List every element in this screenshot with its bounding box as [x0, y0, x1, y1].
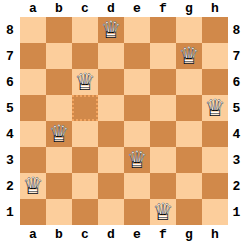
- square-c7[interactable]: [72, 43, 98, 69]
- square-h5[interactable]: ♛♕: [202, 95, 228, 121]
- square-f4[interactable]: [150, 121, 176, 147]
- file-label-e-top: e: [124, 0, 150, 17]
- square-h3[interactable]: [202, 147, 228, 173]
- square-e6[interactable]: [124, 69, 150, 95]
- square-c6[interactable]: ♛♕: [72, 69, 98, 95]
- square-a5[interactable]: [20, 95, 46, 121]
- square-h6[interactable]: [202, 69, 228, 95]
- square-g2[interactable]: [176, 173, 202, 199]
- square-f6[interactable]: [150, 69, 176, 95]
- square-g3[interactable]: [176, 147, 202, 173]
- square-a1[interactable]: [20, 199, 46, 225]
- square-b5[interactable]: [46, 95, 72, 121]
- rank-label-7-right: 7: [228, 43, 245, 69]
- square-d1[interactable]: [98, 199, 124, 225]
- file-label-d-bottom: d: [98, 225, 124, 243]
- corner-top-right: [228, 0, 245, 17]
- square-f3[interactable]: [150, 147, 176, 173]
- square-e8[interactable]: [124, 17, 150, 43]
- square-c2[interactable]: [72, 173, 98, 199]
- file-label-h-bottom: h: [202, 225, 228, 243]
- square-h2[interactable]: [202, 173, 228, 199]
- rank-label-1-right: 1: [228, 199, 245, 225]
- square-b6[interactable]: [46, 69, 72, 95]
- square-a2[interactable]: ♛♕: [20, 173, 46, 199]
- white-queen-outline-glyph: ♕: [20, 173, 46, 199]
- square-a7[interactable]: [20, 43, 46, 69]
- rank-label-8-left: 8: [0, 17, 20, 43]
- rank-label-3-right: 3: [228, 147, 245, 173]
- square-f2[interactable]: [150, 173, 176, 199]
- file-label-f-bottom: f: [150, 225, 176, 243]
- square-c1[interactable]: [72, 199, 98, 225]
- square-b1[interactable]: [46, 199, 72, 225]
- file-label-h-top: h: [202, 0, 228, 17]
- square-g7[interactable]: ♛♕: [176, 43, 202, 69]
- square-c3[interactable]: [72, 147, 98, 173]
- square-b2[interactable]: [46, 173, 72, 199]
- square-d3[interactable]: [98, 147, 124, 173]
- rank-label-6-right: 6: [228, 69, 245, 95]
- square-h4[interactable]: [202, 121, 228, 147]
- file-label-f-top: f: [150, 0, 176, 17]
- white-queen-outline-glyph: ♕: [72, 69, 98, 95]
- square-g6[interactable]: [176, 69, 202, 95]
- square-d4[interactable]: [98, 121, 124, 147]
- square-g1[interactable]: [176, 199, 202, 225]
- square-b4[interactable]: ♛♕: [46, 121, 72, 147]
- white-queen[interactable]: ♛♕: [202, 95, 228, 121]
- file-label-c-top: c: [72, 0, 98, 17]
- file-label-b-bottom: b: [46, 225, 72, 243]
- file-label-a-top: a: [20, 0, 46, 17]
- rank-label-5-left: 5: [0, 95, 20, 121]
- rank-label-8-right: 8: [228, 17, 245, 43]
- rank-label-2-left: 2: [0, 173, 20, 199]
- square-d8[interactable]: ♛♕: [98, 17, 124, 43]
- white-queen[interactable]: ♛♕: [20, 173, 46, 199]
- white-queen-outline-glyph: ♕: [176, 43, 202, 69]
- white-queen[interactable]: ♛♕: [176, 43, 202, 69]
- square-d7[interactable]: [98, 43, 124, 69]
- square-a6[interactable]: [20, 69, 46, 95]
- white-queen-outline-glyph: ♕: [150, 199, 176, 225]
- file-label-e-bottom: e: [124, 225, 150, 243]
- rank-label-1-left: 1: [0, 199, 20, 225]
- corner-top-left: [0, 0, 20, 17]
- square-e4[interactable]: [124, 121, 150, 147]
- rank-label-3-left: 3: [0, 147, 20, 173]
- square-h8[interactable]: [202, 17, 228, 43]
- square-g5[interactable]: [176, 95, 202, 121]
- white-queen-outline-glyph: ♕: [98, 17, 124, 43]
- square-d6[interactable]: [98, 69, 124, 95]
- square-c5[interactable]: [72, 95, 98, 121]
- file-label-d-top: d: [98, 0, 124, 17]
- white-queen[interactable]: ♛♕: [46, 121, 72, 147]
- chessboard: abcdefgh8♛♕87♛♕76♛♕65♛♕54♛♕43♛♕32♛♕21♛♕1…: [0, 0, 245, 243]
- rank-label-2-right: 2: [228, 173, 245, 199]
- square-h1[interactable]: [202, 199, 228, 225]
- white-queen[interactable]: ♛♕: [124, 147, 150, 173]
- square-c4[interactable]: [72, 121, 98, 147]
- rank-label-5-right: 5: [228, 95, 245, 121]
- white-queen-outline-glyph: ♕: [124, 147, 150, 173]
- white-queen-outline-glyph: ♕: [46, 121, 72, 147]
- square-b7[interactable]: [46, 43, 72, 69]
- white-queen[interactable]: ♛♕: [150, 199, 176, 225]
- square-b3[interactable]: [46, 147, 72, 173]
- square-e3[interactable]: ♛♕: [124, 147, 150, 173]
- square-e7[interactable]: [124, 43, 150, 69]
- square-a4[interactable]: [20, 121, 46, 147]
- rank-label-6-left: 6: [0, 69, 20, 95]
- square-f1[interactable]: ♛♕: [150, 199, 176, 225]
- corner-bottom-right: [228, 225, 245, 243]
- white-queen[interactable]: ♛♕: [98, 17, 124, 43]
- file-label-b-top: b: [46, 0, 72, 17]
- square-e1[interactable]: [124, 199, 150, 225]
- corner-bottom-left: [0, 225, 20, 243]
- white-queen-outline-glyph: ♕: [202, 95, 228, 121]
- file-label-g-top: g: [176, 0, 202, 17]
- file-label-a-bottom: a: [20, 225, 46, 243]
- square-f5[interactable]: [150, 95, 176, 121]
- rank-label-7-left: 7: [0, 43, 20, 69]
- square-e2[interactable]: [124, 173, 150, 199]
- square-f7[interactable]: [150, 43, 176, 69]
- file-label-c-bottom: c: [72, 225, 98, 243]
- square-b8[interactable]: [46, 17, 72, 43]
- square-f8[interactable]: [150, 17, 176, 43]
- rank-label-4-left: 4: [0, 121, 20, 147]
- white-queen[interactable]: ♛♕: [72, 69, 98, 95]
- square-c8[interactable]: [72, 17, 98, 43]
- square-g4[interactable]: [176, 121, 202, 147]
- square-e5[interactable]: [124, 95, 150, 121]
- square-g8[interactable]: [176, 17, 202, 43]
- square-h7[interactable]: [202, 43, 228, 69]
- square-d2[interactable]: [98, 173, 124, 199]
- square-a3[interactable]: [20, 147, 46, 173]
- file-label-g-bottom: g: [176, 225, 202, 243]
- square-d5[interactable]: [98, 95, 124, 121]
- rank-label-4-right: 4: [228, 121, 245, 147]
- square-a8[interactable]: [20, 17, 46, 43]
